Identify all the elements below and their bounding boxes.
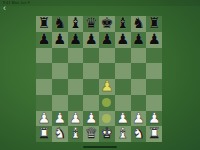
piece-black-pawn[interactable]: ♟	[69, 32, 82, 48]
piece-black-queen[interactable]: ♛	[85, 16, 98, 32]
square-g3[interactable]	[131, 95, 147, 111]
square-b8[interactable]: ♞	[52, 16, 68, 32]
square-g7[interactable]: ♟	[131, 32, 147, 48]
piece-white-knight[interactable]: ♞	[132, 126, 145, 142]
move-trail-dot	[102, 114, 111, 123]
square-f6[interactable]	[115, 48, 131, 64]
square-f5[interactable]	[115, 63, 131, 79]
piece-white-bishop[interactable]: ♝	[116, 126, 129, 142]
piece-black-pawn[interactable]: ♟	[53, 32, 66, 48]
piece-white-bishop[interactable]: ♝	[69, 126, 82, 142]
square-d2[interactable]: ♟	[83, 111, 99, 127]
square-f1[interactable]: ♝	[115, 126, 131, 142]
square-b2[interactable]: ♟	[52, 111, 68, 127]
square-c2[interactable]: ♟	[68, 111, 84, 127]
piece-black-pawn[interactable]: ♟	[116, 32, 129, 48]
square-f8[interactable]: ♝	[115, 16, 131, 32]
square-f4[interactable]	[115, 79, 131, 95]
square-h6[interactable]	[146, 48, 162, 64]
status-bar: 9:41 Mon Jun 9	[0, 0, 200, 6]
square-h7[interactable]: ♟	[146, 32, 162, 48]
piece-white-knight[interactable]: ♞	[53, 126, 66, 142]
square-h3[interactable]	[146, 95, 162, 111]
piece-white-queen[interactable]: ♛	[85, 126, 98, 142]
piece-white-pawn[interactable]: ♟	[100, 79, 113, 95]
chess-board: ♜♞♝♛♚♝♞♜♟♟♟♟♟♟♟♟♟♟♟♟♟♟♟♟♜♞♝♛♚♝♞♜	[36, 16, 162, 142]
piece-white-rook[interactable]: ♜	[37, 126, 50, 142]
piece-black-bishop[interactable]: ♝	[116, 16, 129, 32]
square-a8[interactable]: ♜	[36, 16, 52, 32]
piece-black-pawn[interactable]: ♟	[37, 32, 50, 48]
back-chevron-icon[interactable]: ‹	[3, 4, 6, 13]
square-d5[interactable]	[83, 63, 99, 79]
square-a3[interactable]	[36, 95, 52, 111]
square-c8[interactable]: ♝	[68, 16, 84, 32]
status-text: 9:41 Mon Jun 9	[3, 1, 30, 5]
square-c5[interactable]	[68, 63, 84, 79]
piece-black-rook[interactable]: ♜	[148, 16, 161, 32]
square-f7[interactable]: ♟	[115, 32, 131, 48]
piece-white-pawn[interactable]: ♟	[85, 111, 98, 127]
square-h2[interactable]: ♟	[146, 111, 162, 127]
piece-black-knight[interactable]: ♞	[53, 16, 66, 32]
home-indicator[interactable]	[83, 146, 117, 148]
piece-white-pawn[interactable]: ♟	[69, 111, 82, 127]
square-d3[interactable]	[83, 95, 99, 111]
square-f3[interactable]	[115, 95, 131, 111]
square-a7[interactable]: ♟	[36, 32, 52, 48]
square-e7[interactable]: ♟	[99, 32, 115, 48]
square-e4[interactable]: ♟	[99, 79, 115, 95]
square-a2[interactable]: ♟	[36, 111, 52, 127]
square-c4[interactable]	[68, 79, 84, 95]
square-e3[interactable]	[99, 95, 115, 111]
square-b4[interactable]	[52, 79, 68, 95]
square-e1[interactable]: ♚	[99, 126, 115, 142]
piece-black-pawn[interactable]: ♟	[85, 32, 98, 48]
square-d6[interactable]	[83, 48, 99, 64]
square-h8[interactable]: ♜	[146, 16, 162, 32]
square-g8[interactable]: ♞	[131, 16, 147, 32]
piece-black-bishop[interactable]: ♝	[69, 16, 82, 32]
piece-black-knight[interactable]: ♞	[132, 16, 145, 32]
square-g2[interactable]: ♟	[131, 111, 147, 127]
piece-black-pawn[interactable]: ♟	[148, 32, 161, 48]
square-b1[interactable]: ♞	[52, 126, 68, 142]
square-a1[interactable]: ♜	[36, 126, 52, 142]
piece-black-rook[interactable]: ♜	[37, 16, 50, 32]
square-a5[interactable]	[36, 63, 52, 79]
piece-black-pawn[interactable]: ♟	[100, 32, 113, 48]
square-h1[interactable]: ♜	[146, 126, 162, 142]
piece-white-pawn[interactable]: ♟	[37, 111, 50, 127]
piece-white-pawn[interactable]: ♟	[116, 111, 129, 127]
square-e8[interactable]: ♚	[99, 16, 115, 32]
square-d8[interactable]: ♛	[83, 16, 99, 32]
square-c6[interactable]	[68, 48, 84, 64]
piece-black-pawn[interactable]: ♟	[132, 32, 145, 48]
square-g6[interactable]	[131, 48, 147, 64]
square-b6[interactable]	[52, 48, 68, 64]
piece-white-pawn[interactable]: ♟	[53, 111, 66, 127]
move-trail-dot	[102, 98, 111, 107]
square-e5[interactable]	[99, 63, 115, 79]
square-e6[interactable]	[99, 48, 115, 64]
square-c1[interactable]: ♝	[68, 126, 84, 142]
piece-white-king[interactable]: ♚	[100, 126, 113, 142]
piece-white-pawn[interactable]: ♟	[148, 111, 161, 127]
square-f2[interactable]: ♟	[115, 111, 131, 127]
piece-white-pawn[interactable]: ♟	[132, 111, 145, 127]
square-b7[interactable]: ♟	[52, 32, 68, 48]
square-g1[interactable]: ♞	[131, 126, 147, 142]
square-c3[interactable]	[68, 95, 84, 111]
square-a4[interactable]	[36, 79, 52, 95]
app-screen: 9:41 Mon Jun 9 ‹ ♜♞♝♛♚♝♞♜♟♟♟♟♟♟♟♟♟♟♟♟♟♟♟…	[0, 0, 200, 150]
square-h4[interactable]	[146, 79, 162, 95]
square-b5[interactable]	[52, 63, 68, 79]
square-b3[interactable]	[52, 95, 68, 111]
square-e2[interactable]	[99, 111, 115, 127]
piece-black-king[interactable]: ♚	[100, 16, 113, 32]
square-d7[interactable]: ♟	[83, 32, 99, 48]
piece-white-rook[interactable]: ♜	[148, 126, 161, 142]
square-a6[interactable]	[36, 48, 52, 64]
square-c7[interactable]: ♟	[68, 32, 84, 48]
square-d1[interactable]: ♛	[83, 126, 99, 142]
square-g4[interactable]	[131, 79, 147, 95]
square-h5[interactable]	[146, 63, 162, 79]
square-d4[interactable]	[83, 79, 99, 95]
square-g5[interactable]	[131, 63, 147, 79]
